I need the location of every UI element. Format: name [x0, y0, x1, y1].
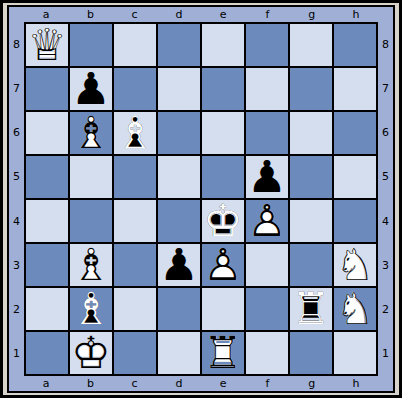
file-label-f: f [245, 9, 289, 20]
rank-label-2: 2 [9, 304, 24, 315]
black-king-outline-icon: ♔ [203, 200, 242, 242]
file-label-a: a [24, 378, 68, 389]
square-a8[interactable]: ♛♕ [26, 24, 68, 66]
white-king-outline-icon: ♔ [71, 332, 110, 374]
rank-label-7: 7 [9, 83, 24, 94]
rank-label-1: 1 [378, 348, 393, 359]
file-label-e: e [201, 9, 245, 20]
white-queen-icon: ♛ [27, 24, 66, 66]
white-bishop-b6[interactable]: ♝♗ [70, 112, 112, 154]
rank-label-7: 7 [378, 83, 393, 94]
rank-label-2: 2 [378, 304, 393, 315]
black-pawn-icon: ♟ [159, 244, 198, 286]
square-f4[interactable]: ♟♙ [246, 200, 288, 242]
white-king-b1[interactable]: ♚♔ [70, 332, 112, 374]
square-b3[interactable]: ♝♗ [70, 244, 112, 286]
black-bishop-outline-icon: ♗ [115, 112, 154, 154]
white-bishop-outline-icon: ♗ [71, 112, 110, 154]
square-a6[interactable] [26, 112, 68, 154]
square-c4[interactable] [114, 200, 156, 242]
square-f7[interactable] [246, 68, 288, 110]
square-g6[interactable] [290, 112, 332, 154]
square-e4[interactable]: ♚♔ [202, 200, 244, 242]
rank-labels-right: 87654321 [378, 22, 393, 376]
white-queen-outline-icon: ♕ [27, 24, 66, 66]
square-h3[interactable]: ♞♘ [334, 244, 376, 286]
rank-label-8: 8 [9, 39, 24, 50]
square-c7[interactable] [114, 68, 156, 110]
square-f5[interactable]: ♟ [246, 156, 288, 198]
black-bishop-c6[interactable]: ♝♗ [114, 112, 156, 154]
file-label-e: e [201, 378, 245, 389]
chess-diagram: abcdefgh 87654321 ♛♕♟♝♗♝♗♟♚♔♟♙♝♗♟♟♙♞♘♝♗♜… [0, 0, 402, 398]
square-h7[interactable] [334, 68, 376, 110]
rank-label-4: 4 [378, 216, 393, 227]
square-e6[interactable] [202, 112, 244, 154]
white-knight-outline-icon: ♘ [335, 244, 374, 286]
white-bishop-b3[interactable]: ♝♗ [70, 244, 112, 286]
file-label-h: h [334, 378, 378, 389]
file-label-c: c [113, 9, 157, 20]
square-g5[interactable] [290, 156, 332, 198]
black-king-icon: ♚ [203, 200, 242, 242]
square-b1[interactable]: ♚♔ [70, 332, 112, 374]
black-pawn-d3[interactable]: ♟ [158, 244, 200, 286]
black-king-e4[interactable]: ♚♔ [202, 200, 244, 242]
file-label-h: h [334, 9, 378, 20]
file-label-d: d [157, 9, 201, 20]
square-d3[interactable]: ♟ [158, 244, 200, 286]
white-knight-h2[interactable]: ♞♘ [334, 288, 376, 330]
white-pawn-outline-icon: ♙ [247, 200, 286, 242]
white-pawn-icon: ♟ [247, 200, 286, 242]
black-pawn-f5[interactable]: ♟ [246, 156, 288, 198]
square-e7[interactable] [202, 68, 244, 110]
square-f2[interactable] [246, 288, 288, 330]
white-queen-a8[interactable]: ♛♕ [26, 24, 68, 66]
square-h8[interactable] [334, 24, 376, 66]
square-g7[interactable] [290, 68, 332, 110]
white-knight-icon: ♞ [335, 244, 374, 286]
white-pawn-outline-icon: ♙ [203, 244, 242, 286]
square-d2[interactable] [158, 288, 200, 330]
file-labels-top: abcdefgh [24, 7, 378, 22]
file-label-b: b [68, 9, 112, 20]
white-pawn-icon: ♟ [203, 244, 242, 286]
square-h2[interactable]: ♞♘ [334, 288, 376, 330]
white-pawn-e3[interactable]: ♟♙ [202, 244, 244, 286]
square-g1[interactable] [290, 332, 332, 374]
square-e2[interactable] [202, 288, 244, 330]
square-c2[interactable] [114, 288, 156, 330]
square-b8[interactable] [70, 24, 112, 66]
square-a5[interactable] [26, 156, 68, 198]
square-c3[interactable] [114, 244, 156, 286]
square-h6[interactable] [334, 112, 376, 154]
black-bishop-icon: ♝ [71, 288, 110, 330]
black-pawn-icon: ♟ [247, 156, 286, 198]
square-a1[interactable] [26, 332, 68, 374]
square-a4[interactable] [26, 200, 68, 242]
square-h4[interactable] [334, 200, 376, 242]
square-e5[interactable] [202, 156, 244, 198]
file-labels-bottom: abcdefgh [24, 376, 378, 391]
black-rook-icon: ♜ [291, 288, 330, 330]
white-king-icon: ♚ [71, 332, 110, 374]
frame-corner [9, 376, 24, 391]
black-rook-outline-icon: ♖ [291, 288, 330, 330]
square-e3[interactable]: ♟♙ [202, 244, 244, 286]
white-bishop-outline-icon: ♗ [71, 244, 110, 286]
square-d7[interactable] [158, 68, 200, 110]
rank-label-6: 6 [378, 127, 393, 138]
board-frame: abcdefgh 87654321 ♛♕♟♝♗♝♗♟♚♔♟♙♝♗♟♟♙♞♘♝♗♜… [7, 5, 395, 393]
square-g3[interactable] [290, 244, 332, 286]
black-bishop-b2[interactable]: ♝♗ [70, 288, 112, 330]
square-g4[interactable] [290, 200, 332, 242]
square-g2[interactable]: ♜♖ [290, 288, 332, 330]
white-knight-icon: ♞ [335, 288, 374, 330]
square-a3[interactable] [26, 244, 68, 286]
white-bishop-icon: ♝ [71, 244, 110, 286]
square-e1[interactable]: ♜♖ [202, 332, 244, 374]
white-pawn-f4[interactable]: ♟♙ [246, 200, 288, 242]
rank-label-1: 1 [9, 348, 24, 359]
rank-label-3: 3 [378, 260, 393, 271]
black-bishop-outline-icon: ♗ [71, 288, 110, 330]
square-g8[interactable] [290, 24, 332, 66]
chess-board[interactable]: ♛♕♟♝♗♝♗♟♚♔♟♙♝♗♟♟♙♞♘♝♗♜♖♞♘♚♔♜♖ [24, 22, 378, 376]
rank-label-6: 6 [9, 127, 24, 138]
square-b5[interactable] [70, 156, 112, 198]
square-c1[interactable] [114, 332, 156, 374]
file-label-a: a [24, 9, 68, 20]
frame-corner [9, 7, 24, 22]
file-label-c: c [113, 378, 157, 389]
square-b4[interactable] [70, 200, 112, 242]
square-f8[interactable] [246, 24, 288, 66]
file-label-b: b [68, 378, 112, 389]
white-rook-icon: ♜ [203, 332, 242, 374]
white-rook-e1[interactable]: ♜♖ [202, 332, 244, 374]
file-label-g: g [290, 9, 334, 20]
square-b7[interactable]: ♟ [70, 68, 112, 110]
square-f1[interactable] [246, 332, 288, 374]
square-e8[interactable] [202, 24, 244, 66]
rank-label-8: 8 [378, 39, 393, 50]
square-h1[interactable] [334, 332, 376, 374]
rank-label-3: 3 [9, 260, 24, 271]
rank-label-4: 4 [9, 216, 24, 227]
rank-label-5: 5 [378, 171, 393, 182]
black-pawn-icon: ♟ [71, 68, 110, 110]
square-d8[interactable] [158, 24, 200, 66]
white-knight-outline-icon: ♘ [335, 288, 374, 330]
frame-corner [378, 7, 393, 22]
square-b2[interactable]: ♝♗ [70, 288, 112, 330]
frame-corner [378, 376, 393, 391]
file-label-g: g [290, 378, 334, 389]
square-a7[interactable] [26, 68, 68, 110]
square-d1[interactable] [158, 332, 200, 374]
square-f6[interactable] [246, 112, 288, 154]
square-c8[interactable] [114, 24, 156, 66]
file-label-d: d [157, 378, 201, 389]
black-bishop-icon: ♝ [115, 112, 154, 154]
file-label-f: f [245, 378, 289, 389]
white-rook-outline-icon: ♖ [203, 332, 242, 374]
black-rook-g2[interactable]: ♜♖ [290, 288, 332, 330]
black-pawn-b7[interactable]: ♟ [70, 68, 112, 110]
square-c6[interactable]: ♝♗ [114, 112, 156, 154]
square-a2[interactable] [26, 288, 68, 330]
square-f3[interactable] [246, 244, 288, 286]
square-c5[interactable] [114, 156, 156, 198]
square-d6[interactable] [158, 112, 200, 154]
rank-label-5: 5 [9, 171, 24, 182]
white-knight-h3[interactable]: ♞♘ [334, 244, 376, 286]
square-h5[interactable] [334, 156, 376, 198]
square-d4[interactable] [158, 200, 200, 242]
square-d5[interactable] [158, 156, 200, 198]
square-b6[interactable]: ♝♗ [70, 112, 112, 154]
rank-labels-left: 87654321 [9, 22, 24, 376]
white-bishop-icon: ♝ [71, 112, 110, 154]
